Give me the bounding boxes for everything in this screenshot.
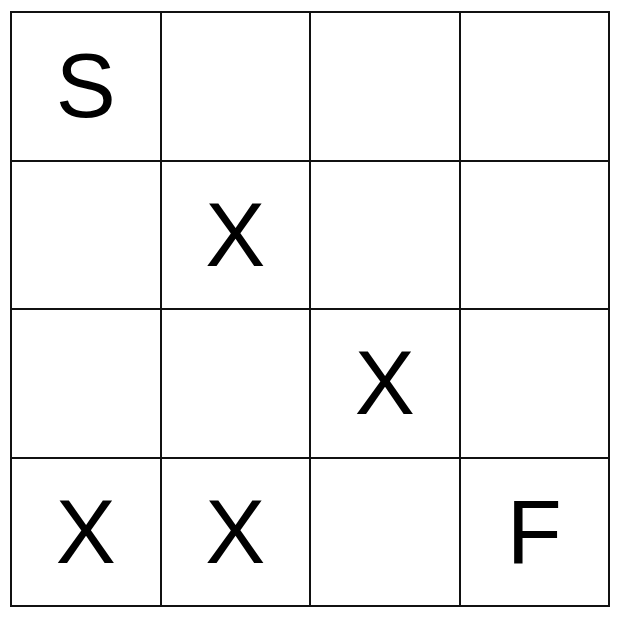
cell-r3c0[interactable]: X (12, 459, 160, 606)
cell-r0c0[interactable]: S (12, 13, 160, 160)
cell-r3c2[interactable] (311, 459, 459, 606)
cell-r2c2[interactable]: X (311, 310, 459, 457)
cell-r1c1[interactable]: X (162, 162, 310, 309)
cell-r1c2[interactable] (311, 162, 459, 309)
cell-r1c3[interactable] (461, 162, 609, 309)
cell-r0c3[interactable] (461, 13, 609, 160)
cell-r2c1[interactable] (162, 310, 310, 457)
cell-r0c2[interactable] (311, 13, 459, 160)
cell-r3c3[interactable]: F (461, 459, 609, 606)
cell-r1c0[interactable] (12, 162, 160, 309)
cell-r2c3[interactable] (461, 310, 609, 457)
maze-board: S X X X X F (10, 11, 610, 607)
cell-r3c1[interactable]: X (162, 459, 310, 606)
cell-r0c1[interactable] (162, 13, 310, 160)
cell-r2c0[interactable] (12, 310, 160, 457)
